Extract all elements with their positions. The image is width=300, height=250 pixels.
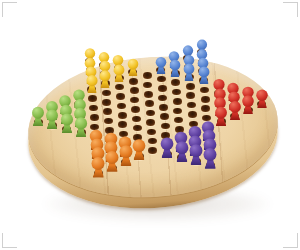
hole[interactable] [158, 85, 167, 92]
frame-corner-bottom-right [283, 233, 298, 248]
hole[interactable] [201, 96, 210, 103]
peg-yellow[interactable] [100, 70, 111, 88]
peg-head [242, 95, 254, 107]
hole[interactable] [118, 121, 127, 128]
hole[interactable] [187, 102, 196, 109]
hole[interactable] [160, 113, 169, 120]
hole[interactable] [146, 119, 155, 126]
peg-head [46, 110, 58, 122]
peg-head [155, 57, 166, 68]
peg-orange[interactable] [119, 145, 132, 166]
product-photo [0, 0, 300, 250]
peg-orange[interactable] [92, 157, 105, 178]
frame-corner-bottom-left [2, 233, 17, 248]
peg-red[interactable] [256, 90, 267, 109]
peg-head [184, 63, 195, 74]
hole[interactable] [159, 104, 168, 111]
hole[interactable] [173, 98, 182, 105]
peg-head [190, 144, 203, 157]
hole[interactable] [174, 117, 183, 124]
peg-red[interactable] [242, 95, 254, 114]
hole[interactable] [171, 79, 180, 86]
hole[interactable] [186, 83, 195, 90]
hole[interactable] [200, 87, 209, 94]
peg-head [170, 60, 181, 71]
peg-green[interactable] [61, 113, 73, 133]
peg-blue[interactable] [170, 60, 181, 77]
peg-purple[interactable] [204, 148, 217, 169]
hole[interactable] [188, 111, 197, 118]
hole[interactable] [90, 114, 99, 121]
peg-purple[interactable] [161, 137, 174, 158]
peg-head [119, 145, 132, 158]
hole[interactable] [148, 147, 157, 154]
peg-head [114, 64, 125, 75]
peg-head [175, 141, 188, 154]
peg-green[interactable] [75, 117, 87, 137]
hole[interactable] [88, 95, 97, 102]
hole[interactable] [130, 97, 139, 104]
peg-yellow[interactable] [86, 75, 97, 93]
peg-head [198, 67, 209, 78]
frame-corner-top-left [2, 2, 17, 17]
peg-green[interactable] [32, 107, 44, 126]
peg-head [204, 148, 217, 161]
peg-head [32, 107, 44, 119]
peg-red[interactable] [229, 101, 241, 120]
peg-blue[interactable] [184, 63, 195, 80]
peg-blue[interactable] [198, 67, 209, 85]
hole[interactable] [147, 129, 156, 136]
hole[interactable] [148, 138, 157, 145]
hole[interactable] [143, 72, 152, 79]
hole[interactable] [146, 110, 155, 117]
hole[interactable] [172, 89, 181, 96]
peg-orange[interactable] [133, 140, 146, 161]
peg-head [61, 113, 73, 125]
hole[interactable] [173, 108, 182, 115]
peg-orange[interactable] [106, 151, 119, 172]
peg-head [106, 151, 119, 164]
frame-corner-top-right [283, 2, 298, 17]
peg-head [92, 157, 105, 170]
hole[interactable] [130, 87, 139, 94]
peg-yellow[interactable] [114, 64, 125, 81]
hole[interactable] [132, 116, 141, 123]
peg-head [86, 75, 97, 86]
hole[interactable] [89, 105, 98, 112]
peg-blue[interactable] [155, 57, 166, 74]
hole[interactable] [129, 78, 138, 85]
peg-green[interactable] [46, 110, 58, 129]
hole[interactable] [115, 84, 124, 91]
peg-purple[interactable] [190, 144, 203, 165]
hole[interactable] [103, 108, 112, 115]
hole[interactable] [104, 118, 113, 125]
hole[interactable] [161, 123, 170, 130]
peg-head [127, 59, 138, 70]
peg-yellow[interactable] [127, 59, 138, 76]
hole[interactable] [201, 105, 210, 112]
peg-head [133, 140, 146, 153]
peg-head [100, 70, 111, 81]
peg-head [229, 101, 241, 113]
hole[interactable] [118, 112, 127, 119]
hole[interactable] [158, 95, 167, 102]
peg-head [75, 117, 87, 129]
hole[interactable] [186, 92, 195, 99]
peg-red[interactable] [215, 106, 227, 125]
hole[interactable] [117, 103, 126, 110]
peg-head [215, 106, 227, 118]
hole[interactable] [144, 91, 153, 98]
hole[interactable] [133, 125, 142, 132]
hole[interactable] [116, 93, 125, 100]
hole[interactable] [102, 90, 111, 97]
hole[interactable] [102, 99, 111, 106]
peg-field [0, 0, 300, 250]
hole[interactable] [143, 82, 152, 89]
peg-head [161, 137, 174, 150]
hole[interactable] [145, 100, 154, 107]
peg-purple[interactable] [175, 141, 188, 162]
hole[interactable] [131, 106, 140, 113]
peg-head [256, 90, 267, 101]
hole[interactable] [157, 76, 166, 83]
